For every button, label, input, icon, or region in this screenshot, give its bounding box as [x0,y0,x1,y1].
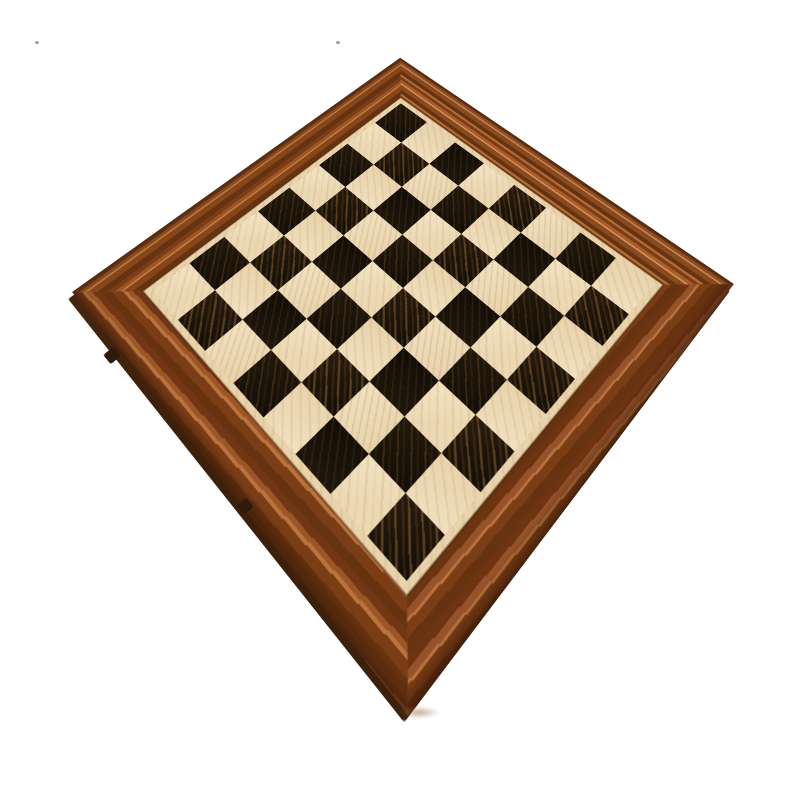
chess-board [169,54,637,522]
background-speck [35,41,39,44]
board-corner-shadow [398,706,440,719]
product-photo-scene [0,0,800,799]
board-top-surface [72,58,734,716]
background-speck [336,41,340,44]
board-maple-margin [143,97,663,596]
board-grid [153,103,654,581]
